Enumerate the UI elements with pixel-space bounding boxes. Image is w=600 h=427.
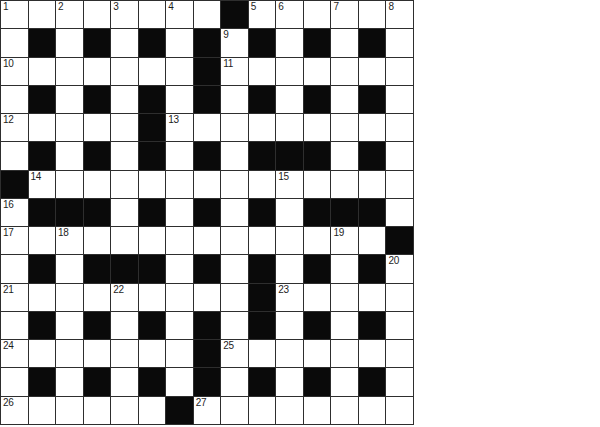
cell-r13c13[interactable]: [331, 340, 358, 367]
cell-r10c11[interactable]: [276, 255, 303, 282]
cell-r5c12[interactable]: [304, 114, 331, 141]
cell-r9c10[interactable]: [249, 227, 276, 254]
block-cell-r12c12: [304, 312, 331, 339]
cell-r13c5[interactable]: [111, 340, 138, 367]
cell-r9c7[interactable]: [166, 227, 193, 254]
cell-r12c11[interactable]: [276, 312, 303, 339]
clue-number-5: 5: [251, 1, 256, 13]
block-cell-r14c10: [249, 368, 276, 395]
block-cell-r10c5: [111, 255, 138, 282]
block-cell-r9c15: [386, 227, 413, 254]
cell-r2c5[interactable]: [111, 29, 138, 56]
clue-number-6: 6: [278, 1, 283, 13]
cell-r8c15[interactable]: [386, 199, 413, 226]
cell-r9c5[interactable]: [111, 227, 138, 254]
cell-r15c6[interactable]: [139, 397, 166, 424]
cell-r9c8[interactable]: [194, 227, 221, 254]
cell-r7c4[interactable]: [84, 171, 111, 198]
cell-r3c1[interactable]: 10: [1, 58, 28, 85]
cell-r15c12[interactable]: [304, 397, 331, 424]
cell-r3c7[interactable]: [166, 58, 193, 85]
clue-number-26: 26: [3, 397, 14, 409]
cell-r13c12[interactable]: [304, 340, 331, 367]
cell-r2c11[interactable]: [276, 29, 303, 56]
cell-r3c15[interactable]: [386, 58, 413, 85]
cell-r15c13[interactable]: [331, 397, 358, 424]
clue-number-10: 10: [3, 58, 14, 70]
cell-r1c13[interactable]: 7: [331, 1, 358, 28]
cell-r1c14[interactable]: [359, 1, 386, 28]
block-cell-r8c4: [84, 199, 111, 226]
clue-number-13: 13: [168, 114, 179, 126]
cell-r1c4[interactable]: [84, 1, 111, 28]
cell-r2c15[interactable]: [386, 29, 413, 56]
block-cell-r14c2: [29, 368, 56, 395]
block-cell-r12c2: [29, 312, 56, 339]
cell-r7c3[interactable]: [56, 171, 83, 198]
block-cell-r1c9: [221, 1, 248, 28]
block-cell-r10c14: [359, 255, 386, 282]
cell-r2c9[interactable]: 9: [221, 29, 248, 56]
cell-r10c9[interactable]: [221, 255, 248, 282]
block-cell-r8c2: [29, 199, 56, 226]
cell-r4c3[interactable]: [56, 86, 83, 113]
cell-r1c3[interactable]: 2: [56, 1, 83, 28]
cell-r12c9[interactable]: [221, 312, 248, 339]
block-cell-r2c10: [249, 29, 276, 56]
cell-r5c9[interactable]: [221, 114, 248, 141]
cell-r5c7[interactable]: 13: [166, 114, 193, 141]
cell-r14c3[interactable]: [56, 368, 83, 395]
block-cell-r8c12: [304, 199, 331, 226]
cell-r11c4[interactable]: [84, 284, 111, 311]
cell-r5c5[interactable]: [111, 114, 138, 141]
cell-r2c7[interactable]: [166, 29, 193, 56]
cell-r15c14[interactable]: [359, 397, 386, 424]
clue-number-7: 7: [333, 1, 338, 13]
cell-r6c5[interactable]: [111, 142, 138, 169]
cell-r12c15[interactable]: [386, 312, 413, 339]
cell-r4c13[interactable]: [331, 86, 358, 113]
cell-r7c13[interactable]: [331, 171, 358, 198]
cell-r12c13[interactable]: [331, 312, 358, 339]
block-cell-r10c6: [139, 255, 166, 282]
cell-r3c4[interactable]: [84, 58, 111, 85]
block-cell-r4c14: [359, 86, 386, 113]
cell-r1c6[interactable]: [139, 1, 166, 28]
cell-r9c11[interactable]: [276, 227, 303, 254]
cell-r9c14[interactable]: [359, 227, 386, 254]
cell-r15c11[interactable]: [276, 397, 303, 424]
cell-r3c6[interactable]: [139, 58, 166, 85]
cell-r3c2[interactable]: [29, 58, 56, 85]
block-cell-r2c4: [84, 29, 111, 56]
block-cell-r2c14: [359, 29, 386, 56]
block-cell-r3c8: [194, 58, 221, 85]
clue-number-23: 23: [278, 284, 289, 296]
clue-number-8: 8: [388, 1, 393, 13]
cell-r1c7[interactable]: 4: [166, 1, 193, 28]
clue-number-18: 18: [58, 227, 69, 239]
block-cell-r6c11: [276, 142, 303, 169]
block-cell-r8c14: [359, 199, 386, 226]
cell-r10c3[interactable]: [56, 255, 83, 282]
cell-r12c5[interactable]: [111, 312, 138, 339]
cell-r9c9[interactable]: [221, 227, 248, 254]
clue-number-20: 20: [388, 255, 399, 267]
block-cell-r12c14: [359, 312, 386, 339]
cell-r15c15[interactable]: [386, 397, 413, 424]
cell-r7c11[interactable]: 15: [276, 171, 303, 198]
cell-r6c1[interactable]: [1, 142, 28, 169]
cell-r4c5[interactable]: [111, 86, 138, 113]
cell-r9c13[interactable]: 19: [331, 227, 358, 254]
cell-r7c14[interactable]: [359, 171, 386, 198]
block-cell-r12c6: [139, 312, 166, 339]
cell-r10c15[interactable]: 20: [386, 255, 413, 282]
cell-r15c9[interactable]: [221, 397, 248, 424]
cell-r6c7[interactable]: [166, 142, 193, 169]
cell-r12c1[interactable]: [1, 312, 28, 339]
cell-r11c6[interactable]: [139, 284, 166, 311]
block-cell-r6c12: [304, 142, 331, 169]
block-cell-r6c4: [84, 142, 111, 169]
cell-r9c12[interactable]: [304, 227, 331, 254]
clue-number-27: 27: [196, 397, 207, 409]
block-cell-r10c2: [29, 255, 56, 282]
cell-r5c3[interactable]: [56, 114, 83, 141]
cell-r1c12[interactable]: [304, 1, 331, 28]
cell-r3c5[interactable]: [111, 58, 138, 85]
block-cell-r15c7: [166, 397, 193, 424]
block-cell-r6c8: [194, 142, 221, 169]
cell-r15c8[interactable]: 27: [194, 397, 221, 424]
block-cell-r10c10: [249, 255, 276, 282]
block-cell-r10c4: [84, 255, 111, 282]
block-cell-r13c8: [194, 340, 221, 367]
cell-r15c5[interactable]: [111, 397, 138, 424]
cell-r11c11[interactable]: 23: [276, 284, 303, 311]
block-cell-r2c8: [194, 29, 221, 56]
clue-number-1: 1: [3, 1, 8, 13]
cell-r7c7[interactable]: [166, 171, 193, 198]
cell-r8c9[interactable]: [221, 199, 248, 226]
clue-number-2: 2: [58, 1, 63, 13]
block-cell-r14c12: [304, 368, 331, 395]
cell-r8c5[interactable]: [111, 199, 138, 226]
block-cell-r14c14: [359, 368, 386, 395]
cell-r14c7[interactable]: [166, 368, 193, 395]
cell-r7c12[interactable]: [304, 171, 331, 198]
clue-number-19: 19: [333, 227, 344, 239]
cell-r10c1[interactable]: [1, 255, 28, 282]
cell-r14c13[interactable]: [331, 368, 358, 395]
cell-r10c7[interactable]: [166, 255, 193, 282]
block-cell-r6c2: [29, 142, 56, 169]
cell-r1c10[interactable]: 5: [249, 1, 276, 28]
clue-number-15: 15: [278, 171, 289, 183]
cell-r5c11[interactable]: [276, 114, 303, 141]
cell-r13c15[interactable]: [386, 340, 413, 367]
cell-r11c3[interactable]: [56, 284, 83, 311]
cell-r13c14[interactable]: [359, 340, 386, 367]
block-cell-r2c2: [29, 29, 56, 56]
cell-r14c5[interactable]: [111, 368, 138, 395]
cell-r9c2[interactable]: [29, 227, 56, 254]
cell-r13c2[interactable]: [29, 340, 56, 367]
block-cell-r14c6: [139, 368, 166, 395]
cell-r4c1[interactable]: [1, 86, 28, 113]
cell-r4c15[interactable]: [386, 86, 413, 113]
block-cell-r11c10: [249, 284, 276, 311]
block-cell-r8c8: [194, 199, 221, 226]
block-cell-r4c8: [194, 86, 221, 113]
cell-r2c3[interactable]: [56, 29, 83, 56]
cell-r15c2[interactable]: [29, 397, 56, 424]
cell-r9c3[interactable]: 18: [56, 227, 83, 254]
cell-r1c5[interactable]: 3: [111, 1, 138, 28]
cell-r5c8[interactable]: [194, 114, 221, 141]
cell-r3c11[interactable]: [276, 58, 303, 85]
cell-r7c9[interactable]: [221, 171, 248, 198]
cell-r6c15[interactable]: [386, 142, 413, 169]
cell-r8c7[interactable]: [166, 199, 193, 226]
clue-number-3: 3: [113, 1, 118, 13]
cell-r13c1[interactable]: 24: [1, 340, 28, 367]
cell-r14c11[interactable]: [276, 368, 303, 395]
block-cell-r6c14: [359, 142, 386, 169]
block-cell-r14c4: [84, 368, 111, 395]
cell-r12c3[interactable]: [56, 312, 83, 339]
block-cell-r4c12: [304, 86, 331, 113]
clue-number-21: 21: [3, 284, 14, 296]
cell-r7c2[interactable]: 14: [29, 171, 56, 198]
block-cell-r12c4: [84, 312, 111, 339]
clue-number-25: 25: [223, 340, 234, 352]
cell-r7c6[interactable]: [139, 171, 166, 198]
clue-number-11: 11: [223, 58, 233, 70]
cell-r5c1[interactable]: 12: [1, 114, 28, 141]
cell-r7c8[interactable]: [194, 171, 221, 198]
cell-r11c1[interactable]: 21: [1, 284, 28, 311]
block-cell-r10c8: [194, 255, 221, 282]
block-cell-r14c8: [194, 368, 221, 395]
cell-r7c15[interactable]: [386, 171, 413, 198]
cell-r6c9[interactable]: [221, 142, 248, 169]
cell-r1c1[interactable]: 1: [1, 1, 28, 28]
block-cell-r4c2: [29, 86, 56, 113]
cell-r7c10[interactable]: [249, 171, 276, 198]
cell-r9c4[interactable]: [84, 227, 111, 254]
cell-r15c4[interactable]: [84, 397, 111, 424]
cell-r12c7[interactable]: [166, 312, 193, 339]
clue-number-4: 4: [168, 1, 173, 13]
block-cell-r5c6: [139, 114, 166, 141]
cell-r11c8[interactable]: [194, 284, 221, 311]
cell-r10c13[interactable]: [331, 255, 358, 282]
cell-r3c13[interactable]: [331, 58, 358, 85]
clue-number-24: 24: [3, 340, 14, 352]
cell-r6c13[interactable]: [331, 142, 358, 169]
cell-r15c3[interactable]: [56, 397, 83, 424]
cell-r13c6[interactable]: [139, 340, 166, 367]
clue-number-22: 22: [113, 284, 124, 296]
clue-number-16: 16: [3, 199, 14, 211]
block-cell-r2c6: [139, 29, 166, 56]
cell-r8c1[interactable]: 16: [1, 199, 28, 226]
block-cell-r8c10: [249, 199, 276, 226]
cell-r5c13[interactable]: [331, 114, 358, 141]
block-cell-r8c3: [56, 199, 83, 226]
cell-r5c10[interactable]: [249, 114, 276, 141]
cell-r13c9[interactable]: 25: [221, 340, 248, 367]
block-cell-r4c6: [139, 86, 166, 113]
cell-r11c5[interactable]: 22: [111, 284, 138, 311]
cell-r1c11[interactable]: 6: [276, 1, 303, 28]
cell-r11c12[interactable]: [304, 284, 331, 311]
cell-r13c7[interactable]: [166, 340, 193, 367]
cell-r14c1[interactable]: [1, 368, 28, 395]
cell-r6c3[interactable]: [56, 142, 83, 169]
cell-r9c6[interactable]: [139, 227, 166, 254]
cell-r8c11[interactable]: [276, 199, 303, 226]
cell-r11c2[interactable]: [29, 284, 56, 311]
cell-r1c15[interactable]: 8: [386, 1, 413, 28]
cell-r9c1[interactable]: 17: [1, 227, 28, 254]
block-cell-r10c12: [304, 255, 331, 282]
cell-r11c15[interactable]: [386, 284, 413, 311]
crossword-grid: 1234567891011121314151617181920212223242…: [0, 0, 414, 425]
cell-r2c1[interactable]: [1, 29, 28, 56]
cell-r5c2[interactable]: [29, 114, 56, 141]
block-cell-r4c10: [249, 86, 276, 113]
cell-r11c9[interactable]: [221, 284, 248, 311]
cell-r13c10[interactable]: [249, 340, 276, 367]
cell-r5c14[interactable]: [359, 114, 386, 141]
cell-r3c14[interactable]: [359, 58, 386, 85]
page: 1234567891011121314151617181920212223242…: [0, 0, 600, 427]
cell-r11c13[interactable]: [331, 284, 358, 311]
cell-r15c10[interactable]: [249, 397, 276, 424]
clue-number-14: 14: [31, 171, 42, 183]
cell-r1c2[interactable]: [29, 1, 56, 28]
cell-r14c9[interactable]: [221, 368, 248, 395]
block-cell-r8c13: [331, 199, 358, 226]
cell-r3c12[interactable]: [304, 58, 331, 85]
cell-r11c7[interactable]: [166, 284, 193, 311]
cell-r4c9[interactable]: [221, 86, 248, 113]
block-cell-r2c12: [304, 29, 331, 56]
cell-r5c15[interactable]: [386, 114, 413, 141]
clue-number-12: 12: [3, 114, 14, 126]
block-cell-r4c4: [84, 86, 111, 113]
cell-r4c7[interactable]: [166, 86, 193, 113]
block-cell-r8c6: [139, 199, 166, 226]
cell-r14c15[interactable]: [386, 368, 413, 395]
cell-r13c4[interactable]: [84, 340, 111, 367]
cell-r5c4[interactable]: [84, 114, 111, 141]
cell-r3c9[interactable]: 11: [221, 58, 248, 85]
block-cell-r12c8: [194, 312, 221, 339]
cell-r4c11[interactable]: [276, 86, 303, 113]
clue-number-9: 9: [223, 29, 228, 41]
cell-r11c14[interactable]: [359, 284, 386, 311]
block-cell-r7c1: [1, 171, 28, 198]
block-cell-r6c10: [249, 142, 276, 169]
cell-r3c3[interactable]: [56, 58, 83, 85]
block-cell-r12c10: [249, 312, 276, 339]
cell-r13c11[interactable]: [276, 340, 303, 367]
cell-r15c1[interactable]: 26: [1, 397, 28, 424]
block-cell-r6c6: [139, 142, 166, 169]
cell-r13c3[interactable]: [56, 340, 83, 367]
cell-r2c13[interactable]: [331, 29, 358, 56]
clue-number-17: 17: [3, 227, 14, 239]
cell-r7c5[interactable]: [111, 171, 138, 198]
cell-r1c8[interactable]: [194, 1, 221, 28]
cell-r3c10[interactable]: [249, 58, 276, 85]
